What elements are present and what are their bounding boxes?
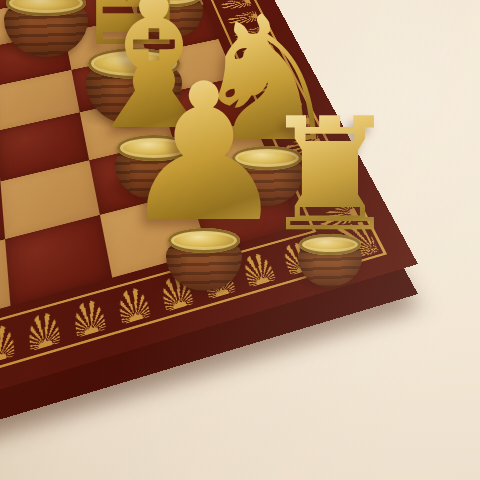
chess-set-photo: ♟♟♛♝♞♟♜ xyxy=(0,0,480,480)
palmette-icon xyxy=(116,285,150,325)
palmette-icon xyxy=(28,309,61,351)
palmette-icon xyxy=(0,322,14,365)
rook-glyph: ♜ xyxy=(260,97,400,253)
palmette-icon xyxy=(73,297,107,338)
